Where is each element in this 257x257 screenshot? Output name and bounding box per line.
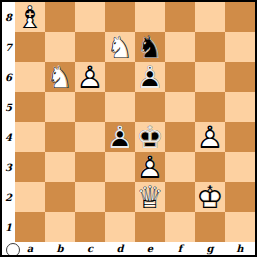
square-g2[interactable]: ♚♔	[195, 182, 225, 212]
piece-white-queen[interactable]: ♛♕	[135, 182, 165, 212]
square-f3[interactable]	[165, 152, 195, 182]
black-pawn-outline-glyph: ♙	[105, 122, 135, 152]
square-h7[interactable]	[225, 32, 255, 62]
square-d5[interactable]	[105, 92, 135, 122]
piece-white-pawn[interactable]: ♟♙	[195, 122, 225, 152]
square-g1[interactable]	[195, 212, 225, 242]
rank-label-3: 3	[2, 152, 15, 182]
piece-black-king[interactable]: ♚♔	[135, 122, 165, 152]
white-king-fill-glyph: ♚	[195, 182, 225, 212]
file-labels: abcdefgh	[15, 242, 255, 255]
piece-white-knight[interactable]: ♞♘	[105, 32, 135, 62]
square-e4[interactable]: ♚♔	[135, 122, 165, 152]
square-d4[interactable]: ♟♙	[105, 122, 135, 152]
square-g8[interactable]	[195, 2, 225, 32]
square-e6[interactable]: ♟♙	[135, 62, 165, 92]
square-a3[interactable]	[15, 152, 45, 182]
black-knight-outline-glyph: ♘	[135, 32, 165, 62]
white-knight-fill-glyph: ♞	[45, 62, 75, 92]
square-a2[interactable]	[15, 182, 45, 212]
rank-label-1: 1	[2, 212, 15, 242]
piece-white-pawn[interactable]: ♟♙	[75, 62, 105, 92]
white-knight-fill-glyph: ♞	[105, 32, 135, 62]
piece-white-knight[interactable]: ♞♘	[45, 62, 75, 92]
square-a8[interactable]: ♝♗	[15, 2, 45, 32]
white-pawn-fill-glyph: ♟	[75, 62, 105, 92]
file-label-h: h	[225, 242, 255, 255]
square-b6[interactable]: ♞♘	[45, 62, 75, 92]
square-d3[interactable]	[105, 152, 135, 182]
square-c6[interactable]: ♟♙	[75, 62, 105, 92]
rank-label-5: 5	[2, 92, 15, 122]
square-c7[interactable]	[75, 32, 105, 62]
square-g4[interactable]: ♟♙	[195, 122, 225, 152]
square-b8[interactable]	[45, 2, 75, 32]
square-h2[interactable]	[225, 182, 255, 212]
piece-white-pawn[interactable]: ♟♙	[135, 152, 165, 182]
square-h6[interactable]	[225, 62, 255, 92]
square-c4[interactable]	[75, 122, 105, 152]
square-f1[interactable]	[165, 212, 195, 242]
square-a4[interactable]	[15, 122, 45, 152]
square-f8[interactable]	[165, 2, 195, 32]
white-pawn-outline-glyph: ♙	[135, 152, 165, 182]
file-label-d: d	[105, 242, 135, 255]
rank-label-7: 7	[2, 32, 15, 62]
file-label-f: f	[165, 242, 195, 255]
white-king-outline-glyph: ♔	[195, 182, 225, 212]
square-b3[interactable]	[45, 152, 75, 182]
white-pawn-outline-glyph: ♙	[75, 62, 105, 92]
square-h5[interactable]	[225, 92, 255, 122]
black-king-outline-glyph: ♔	[135, 122, 165, 152]
square-e7[interactable]: ♞♘	[135, 32, 165, 62]
file-label-b: b	[45, 242, 75, 255]
white-queen-outline-glyph: ♕	[135, 182, 165, 212]
board: ♝♗♞♘♞♘♞♘♟♙♟♙♟♙♚♔♟♙♟♙♛♕♚♔	[15, 2, 255, 242]
file-label-e: e	[135, 242, 165, 255]
piece-white-king[interactable]: ♚♔	[195, 182, 225, 212]
square-d7[interactable]: ♞♘	[105, 32, 135, 62]
file-label-c: c	[75, 242, 105, 255]
square-c3[interactable]	[75, 152, 105, 182]
square-f6[interactable]	[165, 62, 195, 92]
rank-label-2: 2	[2, 182, 15, 212]
rank-label-6: 6	[2, 62, 15, 92]
square-h4[interactable]	[225, 122, 255, 152]
square-a7[interactable]	[15, 32, 45, 62]
square-h3[interactable]	[225, 152, 255, 182]
white-pawn-outline-glyph: ♙	[195, 122, 225, 152]
white-knight-outline-glyph: ♘	[45, 62, 75, 92]
rank-label-8: 8	[2, 2, 15, 32]
square-b2[interactable]	[45, 182, 75, 212]
square-g6[interactable]	[195, 62, 225, 92]
square-c8[interactable]	[75, 2, 105, 32]
square-g7[interactable]	[195, 32, 225, 62]
square-e2[interactable]: ♛♕	[135, 182, 165, 212]
square-c5[interactable]	[75, 92, 105, 122]
square-e8[interactable]	[135, 2, 165, 32]
white-queen-fill-glyph: ♛	[135, 182, 165, 212]
square-b4[interactable]	[45, 122, 75, 152]
square-h1[interactable]	[225, 212, 255, 242]
square-g3[interactable]	[195, 152, 225, 182]
rank-labels: 87654321	[2, 2, 15, 242]
piece-black-pawn[interactable]: ♟♙	[135, 62, 165, 92]
square-f4[interactable]	[165, 122, 195, 152]
black-pawn-fill-glyph: ♟	[135, 62, 165, 92]
square-f5[interactable]	[165, 92, 195, 122]
square-d1[interactable]	[105, 212, 135, 242]
square-d2[interactable]	[105, 182, 135, 212]
white-bishop-fill-glyph: ♝	[15, 2, 45, 32]
chess-board-widget: 87654321 ♝♗♞♘♞♘♞♘♟♙♟♙♟♙♚♔♟♙♟♙♛♕♚♔ abcdef…	[0, 0, 257, 257]
square-d6[interactable]	[105, 62, 135, 92]
square-e5[interactable]	[135, 92, 165, 122]
square-c1[interactable]	[75, 212, 105, 242]
rank-label-4: 4	[2, 122, 15, 152]
white-pawn-fill-glyph: ♟	[135, 152, 165, 182]
black-knight-fill-glyph: ♞	[135, 32, 165, 62]
file-label-g: g	[195, 242, 225, 255]
square-a1[interactable]	[15, 212, 45, 242]
piece-black-knight[interactable]: ♞♘	[135, 32, 165, 62]
square-d8[interactable]	[105, 2, 135, 32]
square-f2[interactable]	[165, 182, 195, 212]
square-h8[interactable]	[225, 2, 255, 32]
square-f7[interactable]	[165, 32, 195, 62]
square-b5[interactable]	[45, 92, 75, 122]
white-to-move-indicator	[6, 243, 20, 257]
white-knight-outline-glyph: ♘	[105, 32, 135, 62]
square-c2[interactable]	[75, 182, 105, 212]
square-e3[interactable]: ♟♙	[135, 152, 165, 182]
square-a6[interactable]	[15, 62, 45, 92]
white-pawn-fill-glyph: ♟	[195, 122, 225, 152]
piece-black-pawn[interactable]: ♟♙	[105, 122, 135, 152]
piece-white-bishop[interactable]: ♝♗	[15, 2, 45, 32]
black-king-fill-glyph: ♚	[135, 122, 165, 152]
square-b1[interactable]	[45, 212, 75, 242]
white-bishop-outline-glyph: ♗	[15, 2, 45, 32]
square-a5[interactable]	[15, 92, 45, 122]
black-pawn-outline-glyph: ♙	[135, 62, 165, 92]
square-b7[interactable]	[45, 32, 75, 62]
square-g5[interactable]	[195, 92, 225, 122]
black-pawn-fill-glyph: ♟	[105, 122, 135, 152]
square-e1[interactable]	[135, 212, 165, 242]
